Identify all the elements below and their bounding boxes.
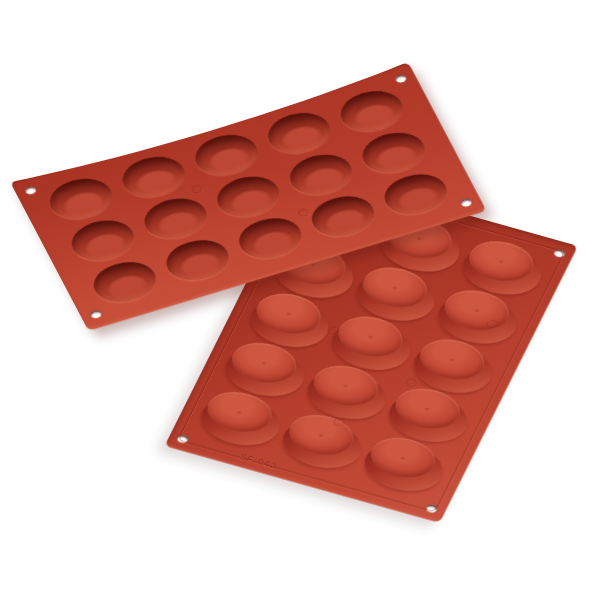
photo-canvas: SF 043 xyxy=(0,0,600,600)
